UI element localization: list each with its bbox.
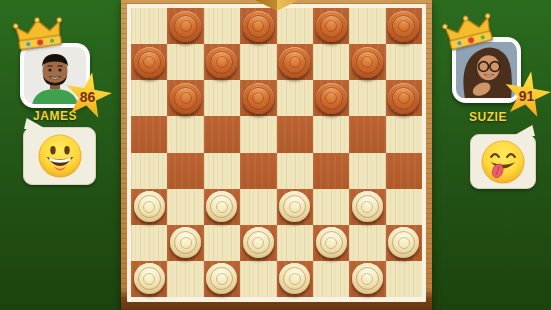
board-square: [277, 225, 313, 261]
checker-piece-orange[interactable]: [206, 47, 237, 78]
board-square[interactable]: [313, 225, 349, 261]
checker-piece-cream[interactable]: [206, 191, 237, 222]
board-square[interactable]: [167, 225, 203, 261]
checkers-board: [131, 8, 422, 297]
board-square: [240, 44, 276, 80]
checker-piece-cream[interactable]: [352, 191, 383, 222]
board-square[interactable]: [277, 261, 313, 297]
board-square[interactable]: [349, 116, 385, 152]
board-square: [386, 116, 422, 152]
board-square: [313, 189, 349, 225]
player-name: SUZIE: [438, 110, 538, 124]
board-square: [349, 153, 385, 189]
board-square: [167, 189, 203, 225]
board-square: [240, 116, 276, 152]
board-square: [204, 80, 240, 116]
checker-piece-cream[interactable]: [134, 191, 165, 222]
checker-piece-orange[interactable]: [243, 11, 274, 42]
checker-piece-cream[interactable]: [134, 263, 165, 294]
board-square[interactable]: [131, 261, 167, 297]
checker-piece-cream[interactable]: [388, 227, 419, 258]
board-square[interactable]: [204, 44, 240, 80]
checker-piece-orange[interactable]: [316, 83, 347, 114]
board-square: [277, 153, 313, 189]
rating-value: 86: [80, 89, 96, 105]
board-square[interactable]: [277, 189, 313, 225]
board-square: [204, 225, 240, 261]
board-square: [349, 80, 385, 116]
board-square[interactable]: [277, 44, 313, 80]
checker-piece-orange[interactable]: [170, 11, 201, 42]
board-square[interactable]: [349, 261, 385, 297]
checker-piece-cream[interactable]: [243, 227, 274, 258]
board-square: [204, 8, 240, 44]
board-square: [386, 44, 422, 80]
checker-piece-cream[interactable]: [279, 191, 310, 222]
board-square: [349, 8, 385, 44]
checker-piece-orange[interactable]: [134, 47, 165, 78]
board-square[interactable]: [204, 189, 240, 225]
board-square[interactable]: [240, 8, 276, 44]
bubble-tail: [513, 125, 535, 136]
board-square: [386, 189, 422, 225]
board-square: [313, 44, 349, 80]
board-square: [167, 116, 203, 152]
board-square[interactable]: [386, 8, 422, 44]
board-square: [131, 80, 167, 116]
board-square[interactable]: [313, 8, 349, 44]
board-square[interactable]: [313, 153, 349, 189]
board-square: [349, 225, 385, 261]
checker-piece-orange[interactable]: [352, 47, 383, 78]
board-square[interactable]: [277, 116, 313, 152]
board-square[interactable]: [131, 44, 167, 80]
grinning-face-emoji-icon: [37, 133, 83, 179]
board-square: [167, 44, 203, 80]
checker-piece-orange[interactable]: [279, 47, 310, 78]
board-square[interactable]: [349, 44, 385, 80]
board-square: [277, 8, 313, 44]
crown-icon: [12, 14, 66, 55]
board-square: [386, 261, 422, 297]
board-square: [204, 153, 240, 189]
board-square: [240, 189, 276, 225]
checker-piece-orange[interactable]: [388, 11, 419, 42]
board-square[interactable]: [240, 153, 276, 189]
board-square[interactable]: [131, 189, 167, 225]
tongue-out-emoji-icon: [480, 139, 526, 185]
board-square: [131, 225, 167, 261]
board-square[interactable]: [240, 225, 276, 261]
board-square[interactable]: [167, 153, 203, 189]
player-name: JAMES: [5, 109, 105, 123]
board-square[interactable]: [204, 261, 240, 297]
board-square[interactable]: [386, 80, 422, 116]
board-square[interactable]: [349, 189, 385, 225]
board-square[interactable]: [240, 80, 276, 116]
board-square[interactable]: [313, 80, 349, 116]
checker-piece-orange[interactable]: [316, 11, 347, 42]
board-square[interactable]: [386, 153, 422, 189]
chat-bubble-james[interactable]: [23, 127, 96, 185]
chat-bubble-suzie[interactable]: [470, 134, 536, 189]
checker-piece-cream[interactable]: [316, 227, 347, 258]
board-square: [131, 153, 167, 189]
checker-piece-cream[interactable]: [352, 263, 383, 294]
checker-piece-orange[interactable]: [388, 83, 419, 114]
game-screen: 86 JAMES: [0, 0, 551, 310]
board-square: [167, 261, 203, 297]
board-square: [131, 8, 167, 44]
board-square[interactable]: [204, 116, 240, 152]
board-square[interactable]: [167, 8, 203, 44]
board-square[interactable]: [386, 225, 422, 261]
board-square: [313, 261, 349, 297]
checker-piece-orange[interactable]: [170, 83, 201, 114]
board-square[interactable]: [131, 116, 167, 152]
checker-piece-orange[interactable]: [243, 83, 274, 114]
board-square: [313, 116, 349, 152]
checker-piece-cream[interactable]: [170, 227, 201, 258]
rating-value: 91: [519, 88, 535, 104]
board-square[interactable]: [167, 80, 203, 116]
checker-piece-cream[interactable]: [206, 263, 237, 294]
checker-piece-cream[interactable]: [279, 263, 310, 294]
board-square: [277, 80, 313, 116]
board-square: [240, 261, 276, 297]
